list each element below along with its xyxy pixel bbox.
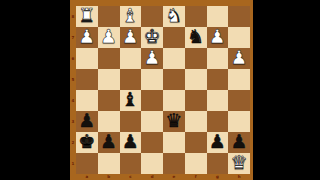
square-f8[interactable] <box>185 6 207 27</box>
square-e4[interactable] <box>163 90 185 111</box>
black-pawn-h2[interactable]: ♟ <box>231 132 248 151</box>
file-label-g: g <box>207 174 229 180</box>
square-e1[interactable] <box>163 153 185 174</box>
square-b4[interactable] <box>98 90 120 111</box>
square-h8[interactable] <box>228 6 250 27</box>
square-a7[interactable]: ♟ <box>76 27 98 48</box>
square-g3[interactable] <box>207 111 229 132</box>
file-label-b: b <box>98 174 120 180</box>
square-c6[interactable] <box>120 48 142 69</box>
square-a1[interactable] <box>76 153 98 174</box>
square-f3[interactable] <box>185 111 207 132</box>
square-d7[interactable]: ♚ <box>141 27 163 48</box>
square-f5[interactable] <box>185 69 207 90</box>
white-pawn-h6[interactable]: ♟ <box>231 48 248 67</box>
square-c3[interactable] <box>120 111 142 132</box>
square-g5[interactable] <box>207 69 229 90</box>
square-d1[interactable] <box>141 153 163 174</box>
square-h5[interactable] <box>228 69 250 90</box>
white-king-d7[interactable]: ♚ <box>144 27 161 46</box>
square-f7[interactable]: ♞ <box>185 27 207 48</box>
board-squares: ♜♝♞♟♟♟♚♞♟♟♟♝♟♛♚♟♟♟♟♛ <box>76 6 250 174</box>
square-a6[interactable] <box>76 48 98 69</box>
square-d3[interactable] <box>141 111 163 132</box>
square-e8[interactable]: ♞ <box>163 6 185 27</box>
black-knight-f7[interactable]: ♞ <box>187 27 204 46</box>
square-b7[interactable]: ♟ <box>98 27 120 48</box>
square-d2[interactable] <box>141 132 163 153</box>
square-c4[interactable]: ♝ <box>120 90 142 111</box>
white-pawn-g7[interactable]: ♟ <box>209 27 226 46</box>
white-knight-e8[interactable]: ♞ <box>165 6 182 25</box>
square-a3[interactable]: ♟ <box>76 111 98 132</box>
white-queen-h1[interactable]: ♛ <box>231 153 248 172</box>
square-a2[interactable]: ♚ <box>76 132 98 153</box>
square-h3[interactable] <box>228 111 250 132</box>
square-h2[interactable]: ♟ <box>228 132 250 153</box>
square-c5[interactable] <box>120 69 142 90</box>
square-g1[interactable] <box>207 153 229 174</box>
white-pawn-d6[interactable]: ♟ <box>144 48 161 67</box>
square-b1[interactable] <box>98 153 120 174</box>
square-e2[interactable] <box>163 132 185 153</box>
square-d5[interactable] <box>141 69 163 90</box>
square-h4[interactable] <box>228 90 250 111</box>
square-f6[interactable] <box>185 48 207 69</box>
black-pawn-a3[interactable]: ♟ <box>78 111 95 130</box>
square-f4[interactable] <box>185 90 207 111</box>
letterbox-right <box>253 0 320 180</box>
square-c1[interactable] <box>120 153 142 174</box>
square-h1[interactable]: ♛ <box>228 153 250 174</box>
black-king-a2[interactable]: ♚ <box>78 132 95 151</box>
square-d8[interactable] <box>141 6 163 27</box>
square-f2[interactable] <box>185 132 207 153</box>
white-rook-a8[interactable]: ♜ <box>78 6 95 25</box>
black-pawn-c2[interactable]: ♟ <box>122 132 139 151</box>
square-h7[interactable] <box>228 27 250 48</box>
square-b2[interactable]: ♟ <box>98 132 120 153</box>
square-c8[interactable]: ♝ <box>120 6 142 27</box>
square-b5[interactable] <box>98 69 120 90</box>
letterbox-left <box>0 0 70 180</box>
square-e5[interactable] <box>163 69 185 90</box>
file-label-d: d <box>141 174 163 180</box>
square-h6[interactable]: ♟ <box>228 48 250 69</box>
square-a8[interactable]: ♜ <box>76 6 98 27</box>
square-g7[interactable]: ♟ <box>207 27 229 48</box>
black-pawn-b2[interactable]: ♟ <box>100 132 117 151</box>
white-pawn-b7[interactable]: ♟ <box>100 27 117 46</box>
square-g2[interactable]: ♟ <box>207 132 229 153</box>
square-g4[interactable] <box>207 90 229 111</box>
square-b8[interactable] <box>98 6 120 27</box>
square-a4[interactable] <box>76 90 98 111</box>
square-e7[interactable] <box>163 27 185 48</box>
square-e6[interactable] <box>163 48 185 69</box>
square-b3[interactable] <box>98 111 120 132</box>
square-c2[interactable]: ♟ <box>120 132 142 153</box>
square-b6[interactable] <box>98 48 120 69</box>
file-labels: abcdefgh <box>76 174 250 180</box>
square-d6[interactable]: ♟ <box>141 48 163 69</box>
square-f1[interactable] <box>185 153 207 174</box>
white-bishop-c8[interactable]: ♝ <box>122 6 139 25</box>
file-label-f: f <box>185 174 207 180</box>
chess-board-frame: 87654321 abcdefgh ♜♝♞♟♟♟♚♞♟♟♟♝♟♛♚♟♟♟♟♛ <box>70 0 253 180</box>
white-pawn-a7[interactable]: ♟ <box>78 27 95 46</box>
file-label-e: e <box>163 174 185 180</box>
square-d4[interactable] <box>141 90 163 111</box>
file-label-h: h <box>228 174 250 180</box>
square-g6[interactable] <box>207 48 229 69</box>
white-pawn-c7[interactable]: ♟ <box>122 27 139 46</box>
file-label-a: a <box>76 174 98 180</box>
black-bishop-c4[interactable]: ♝ <box>122 90 139 109</box>
square-e3[interactable]: ♛ <box>163 111 185 132</box>
black-queen-e3[interactable]: ♛ <box>165 111 182 130</box>
file-label-c: c <box>120 174 142 180</box>
square-g8[interactable] <box>207 6 229 27</box>
square-a5[interactable] <box>76 69 98 90</box>
black-pawn-g2[interactable]: ♟ <box>209 132 226 151</box>
square-c7[interactable]: ♟ <box>120 27 142 48</box>
